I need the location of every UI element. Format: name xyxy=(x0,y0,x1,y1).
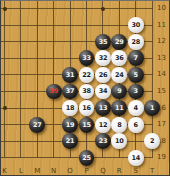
grid-line-horizontal xyxy=(1,8,153,9)
stone-number: 7 xyxy=(134,54,138,62)
stone-white-16[interactable]: 16 xyxy=(79,100,95,116)
stone-white-6[interactable]: 6 xyxy=(128,117,144,133)
stone-black-15[interactable]: 15 xyxy=(79,117,95,133)
stone-black-21[interactable]: 21 xyxy=(62,133,78,149)
stone-number: 5 xyxy=(134,71,138,79)
stone-number: 18 xyxy=(66,104,74,112)
row-label: 12 xyxy=(157,37,170,46)
stone-white-8[interactable]: 8 xyxy=(111,117,127,133)
stone-number: 16 xyxy=(82,104,90,112)
col-label: M xyxy=(31,167,43,176)
row-label: 17 xyxy=(157,120,170,129)
stone-number: 34 xyxy=(99,87,107,95)
stone-number: 38 xyxy=(82,87,90,95)
col-label: Q xyxy=(97,167,109,176)
col-label: S xyxy=(130,167,142,176)
stone-number: 39 xyxy=(49,87,57,95)
row-label: 14 xyxy=(157,70,170,79)
col-label: O xyxy=(64,167,76,176)
star-point xyxy=(3,7,7,11)
stone-white-14[interactable]: 14 xyxy=(128,150,144,166)
stone-white-22[interactable]: 22 xyxy=(79,67,95,83)
stone-number: 3 xyxy=(134,87,138,95)
stone-white-2[interactable]: 2 xyxy=(144,133,160,149)
stone-number: 31 xyxy=(66,71,74,79)
stone-white-34[interactable]: 34 xyxy=(95,84,111,100)
stone-white-36[interactable]: 36 xyxy=(111,50,127,66)
stone-white-4[interactable]: 4 xyxy=(128,100,144,116)
stone-black-37[interactable]: 37 xyxy=(62,84,78,100)
stone-white-12[interactable]: 12 xyxy=(95,117,111,133)
stone-black-31[interactable]: 31 xyxy=(62,67,78,83)
stone-number: 37 xyxy=(66,87,74,95)
stone-number: 15 xyxy=(82,121,90,129)
stone-number: 19 xyxy=(66,121,74,129)
go-board[interactable]: 10111213141516171819KLMNOPQRST3035292833… xyxy=(0,0,170,176)
stone-black-13[interactable]: 13 xyxy=(95,100,111,116)
stone-number: 30 xyxy=(131,21,139,29)
col-label: T xyxy=(146,167,158,176)
stone-number: 35 xyxy=(99,38,107,46)
stone-number: 8 xyxy=(117,121,121,129)
row-label: 13 xyxy=(157,54,170,63)
stone-black-7[interactable]: 7 xyxy=(128,50,144,66)
row-label: 11 xyxy=(157,21,170,30)
stone-black-1[interactable]: 1 xyxy=(144,100,160,116)
row-label: 15 xyxy=(157,87,170,96)
stone-number: 28 xyxy=(131,38,139,46)
stone-number: 10 xyxy=(115,137,123,145)
stone-number: 26 xyxy=(99,71,107,79)
stone-black-25[interactable]: 25 xyxy=(79,150,95,166)
col-label: K xyxy=(0,167,11,176)
stone-number: 32 xyxy=(99,54,107,62)
stone-white-18[interactable]: 18 xyxy=(62,100,78,116)
stone-number: 1 xyxy=(150,104,154,112)
stone-number: 36 xyxy=(115,54,123,62)
col-label: R xyxy=(113,167,125,176)
stone-number: 33 xyxy=(82,54,90,62)
stone-number: 24 xyxy=(115,71,123,79)
stone-white-26[interactable]: 26 xyxy=(95,67,111,83)
stone-number: 27 xyxy=(33,121,41,129)
stone-number: 9 xyxy=(117,87,121,95)
stone-black-35[interactable]: 35 xyxy=(95,34,111,50)
stone-number: 25 xyxy=(82,154,90,162)
stone-white-28[interactable]: 28 xyxy=(128,34,144,50)
star-point xyxy=(3,106,7,110)
stone-number: 21 xyxy=(66,137,74,145)
col-label: N xyxy=(48,167,60,176)
row-label: 19 xyxy=(157,153,170,162)
col-label: L xyxy=(15,167,27,176)
col-label: P xyxy=(81,167,93,176)
stone-number: 13 xyxy=(99,104,107,112)
stone-black-27[interactable]: 27 xyxy=(29,117,45,133)
stone-number: 12 xyxy=(99,121,107,129)
stone-black-3[interactable]: 3 xyxy=(128,84,144,100)
stone-number: 6 xyxy=(134,121,138,129)
stone-black-19[interactable]: 19 xyxy=(62,117,78,133)
stone-white-30[interactable]: 30 xyxy=(128,17,144,33)
row-label: 10 xyxy=(157,4,170,13)
stone-number: 23 xyxy=(99,137,107,145)
stone-white-24[interactable]: 24 xyxy=(111,67,127,83)
stone-black-39[interactable]: 39 xyxy=(46,84,62,100)
stone-number: 22 xyxy=(82,71,90,79)
stone-number: 4 xyxy=(134,104,138,112)
stone-black-23[interactable]: 23 xyxy=(95,133,111,149)
stone-black-33[interactable]: 33 xyxy=(79,50,95,66)
stone-black-5[interactable]: 5 xyxy=(128,67,144,83)
stone-white-32[interactable]: 32 xyxy=(95,50,111,66)
stone-black-11[interactable]: 11 xyxy=(111,100,127,116)
stone-number: 2 xyxy=(150,137,154,145)
stone-black-9[interactable]: 9 xyxy=(111,84,127,100)
stone-black-29[interactable]: 29 xyxy=(111,34,127,50)
stone-number: 14 xyxy=(131,154,139,162)
stone-white-38[interactable]: 38 xyxy=(79,84,95,100)
stone-number: 29 xyxy=(115,38,123,46)
stone-white-10[interactable]: 10 xyxy=(111,133,127,149)
stone-number: 11 xyxy=(115,104,123,112)
star-point xyxy=(101,7,105,11)
